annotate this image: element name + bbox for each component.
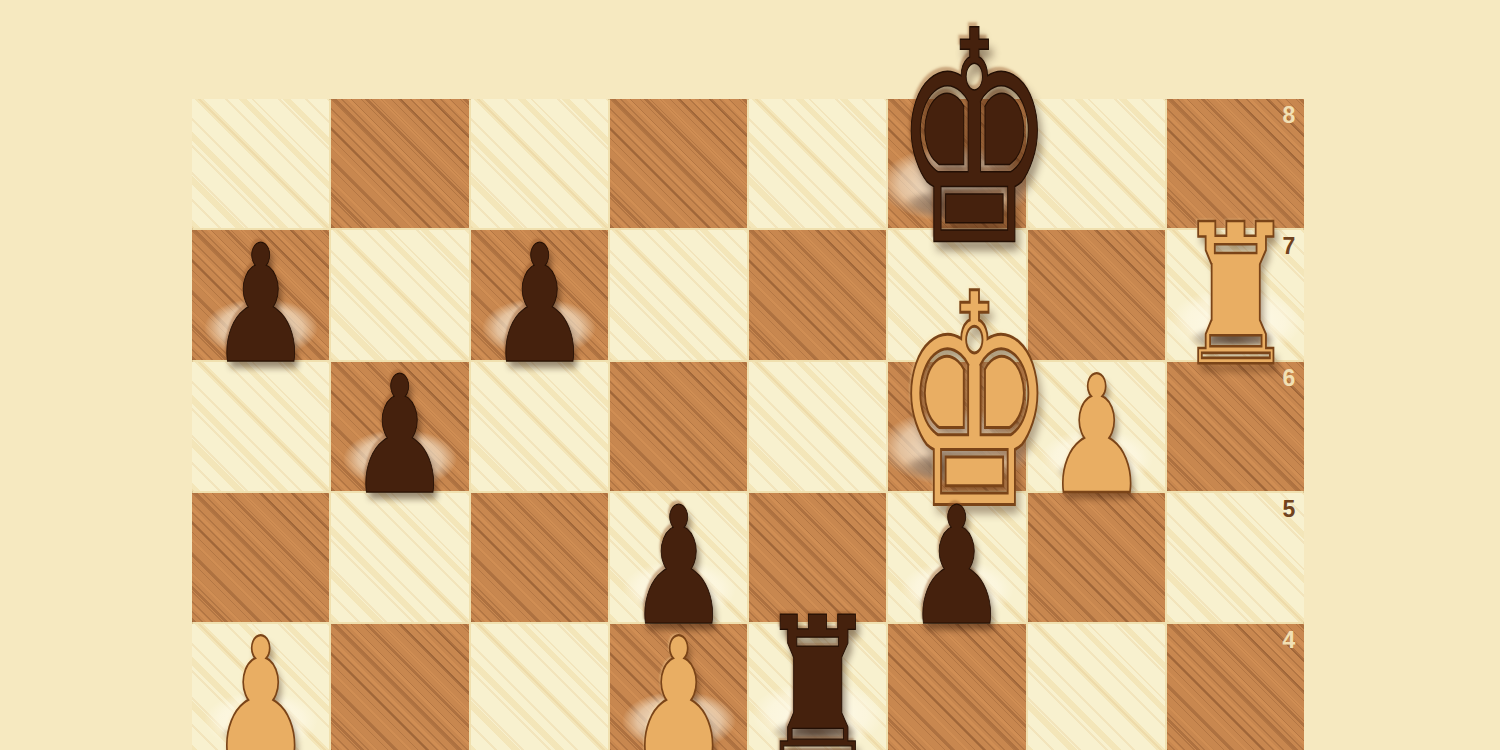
square-d4[interactable]: ♟ xyxy=(610,624,747,750)
white-rook-glyph: ♜ xyxy=(1175,199,1296,394)
rank-label-7: 7 xyxy=(1283,235,1296,258)
white-pawn-glyph: ♟ xyxy=(204,618,317,750)
black-pawn-b6[interactable]: ♟ xyxy=(331,362,468,491)
black-pawn-f5[interactable]: ♟ xyxy=(888,493,1025,622)
white-pawn-d4[interactable]: ♟ xyxy=(610,624,747,750)
square-f8[interactable]: ♚ xyxy=(888,99,1025,228)
black-pawn-c7[interactable]: ♟ xyxy=(471,230,608,359)
square-d8[interactable] xyxy=(610,99,747,228)
black-pawn-glyph: ♟ xyxy=(204,224,317,387)
square-h7[interactable]: 7♜ xyxy=(1167,230,1304,359)
black-king-f8[interactable]: ♚ xyxy=(888,99,1025,228)
square-a7[interactable]: ♟ xyxy=(192,230,329,359)
black-rook-glyph: ♜ xyxy=(757,593,878,750)
white-pawn-a4[interactable]: ♟ xyxy=(192,624,329,750)
black-rook-e4[interactable]: ♜ xyxy=(749,624,886,750)
black-pawn-glyph: ♟ xyxy=(901,486,1014,649)
white-pawn-glyph: ♟ xyxy=(1040,355,1153,518)
white-pawn-g6[interactable]: ♟ xyxy=(1028,362,1165,491)
black-pawn-a7[interactable]: ♟ xyxy=(192,230,329,359)
rank-label-6: 6 xyxy=(1283,367,1296,390)
square-e7[interactable] xyxy=(749,230,886,359)
square-a4[interactable]: ♟ xyxy=(192,624,329,750)
square-e4[interactable]: ♜ xyxy=(749,624,886,750)
square-d7[interactable] xyxy=(610,230,747,359)
square-h5[interactable]: 5 xyxy=(1167,493,1304,622)
square-b8[interactable] xyxy=(331,99,468,228)
white-pawn-glyph: ♟ xyxy=(622,618,735,750)
square-c5[interactable] xyxy=(471,493,608,622)
rank-label-8: 8 xyxy=(1283,104,1296,127)
square-c7[interactable]: ♟ xyxy=(471,230,608,359)
rank-label-4: 4 xyxy=(1283,629,1296,652)
square-h4[interactable]: 4 xyxy=(1167,624,1304,750)
square-b4[interactable] xyxy=(331,624,468,750)
square-f5[interactable]: ♟ xyxy=(888,493,1025,622)
square-g4[interactable] xyxy=(1028,624,1165,750)
square-g6[interactable]: ♟ xyxy=(1028,362,1165,491)
square-c8[interactable] xyxy=(471,99,608,228)
black-pawn-glyph: ♟ xyxy=(483,224,596,387)
square-c4[interactable] xyxy=(471,624,608,750)
black-pawn-glyph: ♟ xyxy=(344,355,457,518)
chess-app-screen: ♚8♟♟7♜♟♚♟6♟♟5♟♟♜4 xyxy=(0,0,1500,750)
chess-board: ♚8♟♟7♜♟♚♟6♟♟5♟♟♜4 xyxy=(192,99,1304,750)
rank-label-5: 5 xyxy=(1283,498,1296,521)
square-b6[interactable]: ♟ xyxy=(331,362,468,491)
square-a8[interactable] xyxy=(192,99,329,228)
